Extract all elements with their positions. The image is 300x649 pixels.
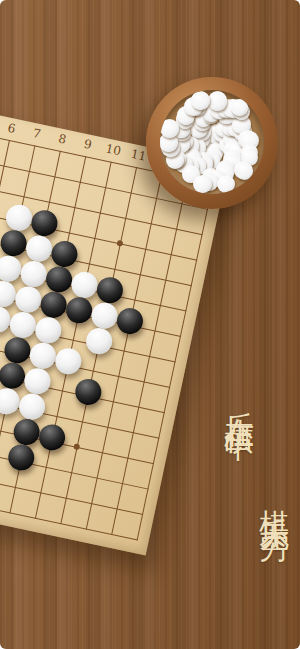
- star-point: [73, 443, 80, 450]
- stone-bowl: [146, 77, 278, 209]
- black-stone: [38, 289, 69, 320]
- bowl-stone: [217, 175, 235, 193]
- column-label: 6: [0, 119, 26, 138]
- black-stone: [64, 295, 95, 326]
- bowl-stone: [193, 175, 211, 193]
- white-stone: [89, 300, 120, 331]
- stone-bowl-interior: [160, 90, 264, 194]
- white-stone: [24, 233, 55, 264]
- white-stone: [18, 259, 49, 290]
- white-stone: [27, 340, 58, 371]
- black-stone: [37, 422, 68, 453]
- black-stone: [2, 335, 33, 366]
- bowl-stone: [231, 99, 248, 116]
- black-stone: [95, 275, 126, 306]
- bowl-stone: [191, 91, 210, 110]
- bowl-stone: [208, 91, 227, 110]
- white-stone: [22, 366, 53, 397]
- column-label: 8: [48, 130, 76, 149]
- white-stone: [0, 253, 24, 284]
- white-stone: [69, 269, 100, 300]
- bowl-stone: [236, 162, 254, 180]
- black-stone: [29, 208, 60, 239]
- white-stone: [17, 391, 48, 422]
- white-stone: [0, 386, 22, 417]
- app-store-screenshot: 01234567891011121314 乐在棋中 棋乐无穷: [0, 0, 300, 649]
- black-stone: [0, 360, 27, 391]
- white-stone: [13, 284, 44, 315]
- column-label: 7: [23, 124, 51, 143]
- black-stone: [0, 228, 29, 259]
- white-stone: [4, 202, 35, 233]
- black-stone: [73, 377, 104, 408]
- black-stone: [11, 417, 42, 448]
- black-stone: [6, 442, 37, 473]
- white-stone: [53, 346, 84, 377]
- white-stone: [7, 310, 38, 341]
- column-label: 10: [99, 140, 127, 159]
- black-stone: [49, 239, 80, 270]
- column-label: 9: [74, 135, 102, 154]
- black-stone: [44, 264, 75, 295]
- star-point: [116, 240, 123, 247]
- black-stone: [115, 306, 146, 337]
- white-stone: [33, 315, 64, 346]
- slogan-primary: 乐在棋中: [218, 387, 259, 415]
- slogan-secondary: 棋乐无穷: [253, 486, 294, 514]
- white-stone: [84, 326, 115, 357]
